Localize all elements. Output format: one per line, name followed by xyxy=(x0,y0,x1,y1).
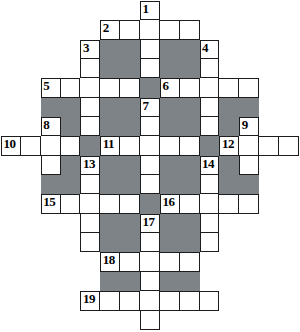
answer-cell-r8c10[interactable] xyxy=(180,136,200,155)
clue-number-3: 3 xyxy=(83,41,89,55)
answer-cell-r5c12[interactable] xyxy=(219,78,239,97)
block-cell-r8c11 xyxy=(200,136,220,155)
answer-cell-r16c5[interactable]: 19 xyxy=(80,291,100,310)
block-cell-r10c13 xyxy=(239,175,259,194)
block-cell-r10c3 xyxy=(41,175,61,194)
clue-number-6: 6 xyxy=(162,79,168,93)
answer-cell-r2c8[interactable] xyxy=(140,20,160,39)
block-cell-r13c10 xyxy=(180,233,200,252)
answer-cell-r11c4[interactable] xyxy=(61,194,81,213)
block-cell-r7c12 xyxy=(219,117,239,136)
clue-number-11: 11 xyxy=(103,137,114,151)
clue-number-17: 17 xyxy=(143,215,155,229)
answer-cell-r12c5[interactable] xyxy=(80,214,100,233)
answer-cell-r8c6[interactable]: 11 xyxy=(100,136,120,155)
clue-number-2: 2 xyxy=(103,21,109,35)
block-cell-r10c7 xyxy=(120,175,140,194)
answer-cell-r11c13[interactable] xyxy=(239,194,259,213)
answer-cell-r5c11[interactable] xyxy=(200,78,220,97)
block-cell-r4c7 xyxy=(120,59,140,78)
answer-cell-r4c8[interactable] xyxy=(140,59,160,78)
answer-cell-r11c5[interactable] xyxy=(80,194,100,213)
block-cell-r12c10 xyxy=(180,214,200,233)
answer-cell-r12c8[interactable]: 17 xyxy=(140,214,160,233)
answer-cell-r8c12[interactable]: 12 xyxy=(219,136,239,155)
answer-cell-r5c9[interactable]: 6 xyxy=(160,78,180,97)
answer-cell-r13c5[interactable] xyxy=(80,233,100,252)
answer-cell-r16c8[interactable] xyxy=(140,291,160,310)
block-cell-r7c6 xyxy=(100,117,120,136)
block-cell-r9c12 xyxy=(219,156,239,175)
answer-cell-r6c11[interactable] xyxy=(200,98,220,117)
answer-cell-r14c10[interactable] xyxy=(180,252,200,271)
answer-cell-r9c3[interactable] xyxy=(41,156,61,175)
clue-number-7: 7 xyxy=(143,99,149,113)
block-cell-r10c6 xyxy=(100,175,120,194)
block-cell-r15c6 xyxy=(100,272,120,291)
answer-cell-r11c6[interactable] xyxy=(100,194,120,213)
block-cell-r9c7 xyxy=(120,156,140,175)
block-cell-r9c4 xyxy=(61,156,81,175)
answer-cell-r5c3[interactable]: 5 xyxy=(41,78,61,97)
clue-number-1: 1 xyxy=(143,2,149,16)
block-cell-r15c7 xyxy=(120,272,140,291)
clue-number-12: 12 xyxy=(222,137,234,151)
block-cell-r6c6 xyxy=(100,98,120,117)
answer-cell-r8c1[interactable]: 10 xyxy=(1,136,21,155)
answer-cell-r7c3[interactable]: 8 xyxy=(41,117,61,136)
answer-cell-r5c5[interactable] xyxy=(80,78,100,97)
answer-cell-r14c9[interactable] xyxy=(160,252,180,271)
answer-cell-r13c8[interactable] xyxy=(140,233,160,252)
block-cell-r3c7 xyxy=(120,40,140,59)
block-cell-r9c6 xyxy=(100,156,120,175)
block-cell-r6c13 xyxy=(239,98,259,117)
block-cell-r13c6 xyxy=(100,233,120,252)
answer-cell-r9c8[interactable] xyxy=(140,156,160,175)
block-cell-r7c7 xyxy=(120,117,140,136)
crossword-grid: 12345678910111213141516171819 xyxy=(1,1,299,330)
block-cell-r15c9 xyxy=(160,272,180,291)
answer-cell-r10c11[interactable] xyxy=(200,175,220,194)
answer-cell-r8c9[interactable] xyxy=(160,136,180,155)
answer-cell-r5c10[interactable] xyxy=(180,78,200,97)
answer-cell-r2c9[interactable] xyxy=(160,20,180,39)
block-cell-r4c10 xyxy=(180,59,200,78)
block-cell-r10c12 xyxy=(219,175,239,194)
answer-cell-r8c7[interactable] xyxy=(120,136,140,155)
answer-cell-r9c13[interactable] xyxy=(239,156,259,175)
block-cell-r3c6 xyxy=(100,40,120,59)
answer-cell-r13c11[interactable] xyxy=(200,233,220,252)
clue-number-13: 13 xyxy=(83,157,95,171)
answer-cell-r16c6[interactable] xyxy=(100,291,120,310)
block-cell-r3c10 xyxy=(180,40,200,59)
answer-cell-r14c8[interactable] xyxy=(140,252,160,271)
answer-cell-r8c2[interactable] xyxy=(21,136,41,155)
answer-cell-r11c7[interactable] xyxy=(120,194,140,213)
answer-cell-r2c10[interactable] xyxy=(180,20,200,39)
answer-cell-r6c5[interactable] xyxy=(80,98,100,117)
answer-cell-r14c6[interactable]: 18 xyxy=(100,252,120,271)
block-cell-r4c9 xyxy=(160,59,180,78)
clue-number-16: 16 xyxy=(162,195,174,209)
answer-cell-r5c4[interactable] xyxy=(61,78,81,97)
answer-cell-r8c8[interactable] xyxy=(140,136,160,155)
answer-cell-r12c11[interactable] xyxy=(200,214,220,233)
block-cell-r6c4 xyxy=(61,98,81,117)
answer-cell-r16c11[interactable] xyxy=(200,291,220,310)
answer-cell-r16c10[interactable] xyxy=(180,291,200,310)
answer-cell-r11c9[interactable]: 16 xyxy=(160,194,180,213)
clue-number-4: 4 xyxy=(202,41,208,55)
answer-cell-r2c7[interactable] xyxy=(120,20,140,39)
answer-cell-r3c8[interactable] xyxy=(140,40,160,59)
block-cell-r10c10 xyxy=(180,175,200,194)
answer-cell-r11c10[interactable] xyxy=(180,194,200,213)
block-cell-r7c4 xyxy=(61,117,81,136)
block-cell-r12c7 xyxy=(120,214,140,233)
answer-cell-r8c4[interactable] xyxy=(61,136,81,155)
block-cell-r6c7 xyxy=(120,98,140,117)
block-cell-r4c6 xyxy=(100,59,120,78)
block-cell-r8c5 xyxy=(80,136,100,155)
answer-cell-r10c5[interactable] xyxy=(80,175,100,194)
block-cell-r13c9 xyxy=(160,233,180,252)
answer-cell-r7c8[interactable] xyxy=(140,117,160,136)
block-cell-r11c8 xyxy=(140,194,160,213)
answer-cell-r5c7[interactable] xyxy=(120,78,140,97)
block-cell-r13c7 xyxy=(120,233,140,252)
answer-cell-r10c8[interactable] xyxy=(140,175,160,194)
answer-cell-r6c8[interactable]: 7 xyxy=(140,98,160,117)
answer-cell-r4c11[interactable] xyxy=(200,59,220,78)
answer-cell-r5c6[interactable] xyxy=(100,78,120,97)
answer-cell-r7c11[interactable] xyxy=(200,117,220,136)
answer-cell-r11c3[interactable]: 15 xyxy=(41,194,61,213)
clue-number-18: 18 xyxy=(103,253,115,267)
answer-cell-r5c13[interactable] xyxy=(239,78,259,97)
clue-number-8: 8 xyxy=(43,118,49,132)
answer-cell-r7c13[interactable]: 9 xyxy=(239,117,259,136)
block-cell-r7c9 xyxy=(160,117,180,136)
block-cell-r3c9 xyxy=(160,40,180,59)
block-cell-r12c6 xyxy=(100,214,120,233)
answer-cell-r11c12[interactable] xyxy=(219,194,239,213)
answer-cell-r11c11[interactable] xyxy=(200,194,220,213)
answer-cell-r4c5[interactable] xyxy=(80,59,100,78)
answer-cell-r9c11[interactable]: 14 xyxy=(200,156,220,175)
clue-number-9: 9 xyxy=(242,118,248,132)
answer-cell-r2c6[interactable]: 2 xyxy=(100,20,120,39)
block-cell-r7c10 xyxy=(180,117,200,136)
block-cell-r6c9 xyxy=(160,98,180,117)
clue-number-5: 5 xyxy=(43,79,49,93)
block-cell-r6c10 xyxy=(180,98,200,117)
answer-cell-r1c8[interactable]: 1 xyxy=(140,1,160,20)
clue-number-15: 15 xyxy=(43,195,55,209)
block-cell-r10c4 xyxy=(61,175,81,194)
answer-cell-r9c5[interactable]: 13 xyxy=(80,156,100,175)
page: 12345678910111213141516171819 xyxy=(0,0,300,332)
block-cell-r15c10 xyxy=(180,272,200,291)
answer-cell-r16c7[interactable] xyxy=(120,291,140,310)
clue-number-10: 10 xyxy=(4,137,16,151)
answer-cell-r3c5[interactable]: 3 xyxy=(80,40,100,59)
clue-number-14: 14 xyxy=(202,157,214,171)
answer-cell-r16c9[interactable] xyxy=(160,291,180,310)
block-cell-r6c3 xyxy=(41,98,61,117)
answer-cell-r14c7[interactable] xyxy=(120,252,140,271)
answer-cell-r17c8[interactable] xyxy=(140,311,160,330)
answer-cell-r8c14[interactable] xyxy=(259,136,279,155)
answer-cell-r7c5[interactable] xyxy=(80,117,100,136)
block-cell-r9c9 xyxy=(160,156,180,175)
clue-number-19: 19 xyxy=(83,292,95,306)
block-cell-r6c12 xyxy=(219,98,239,117)
block-cell-r12c9 xyxy=(160,214,180,233)
answer-cell-r8c15[interactable] xyxy=(279,136,299,155)
answer-cell-r3c11[interactable]: 4 xyxy=(200,40,220,59)
block-cell-r9c10 xyxy=(180,156,200,175)
answer-cell-r8c13[interactable] xyxy=(239,136,259,155)
block-cell-r10c9 xyxy=(160,175,180,194)
answer-cell-r8c3[interactable] xyxy=(41,136,61,155)
block-cell-r5c8 xyxy=(140,78,160,97)
answer-cell-r15c8[interactable] xyxy=(140,272,160,291)
